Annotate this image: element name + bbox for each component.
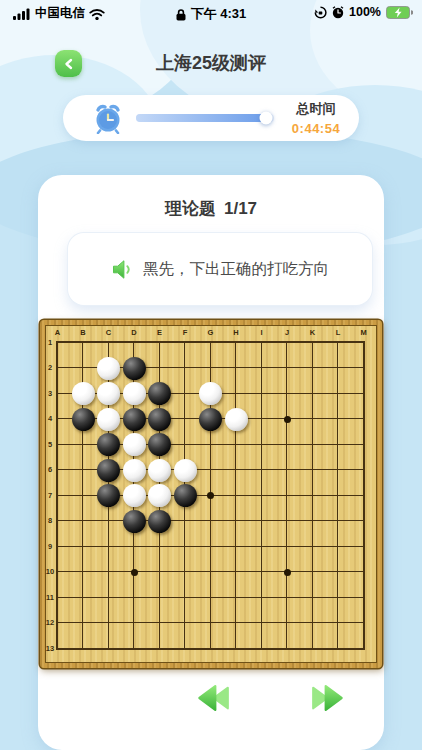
stone-white (123, 382, 146, 405)
question-box: 黑先，下出正确的打吃方向 (68, 233, 372, 305)
row-label: 1 (45, 338, 55, 348)
stone-black (97, 433, 120, 456)
star-point (207, 492, 214, 499)
previous-question-button[interactable] (196, 683, 230, 713)
row-label: 2 (45, 363, 55, 373)
stone-white (123, 484, 146, 507)
col-label: H (233, 327, 238, 338)
col-label: L (336, 327, 341, 338)
stone-black (148, 433, 171, 456)
time-progress-fill (136, 114, 266, 122)
stone-black (174, 484, 197, 507)
speaker-icon[interactable] (111, 258, 134, 281)
stone-white (72, 382, 95, 405)
clock-time: 下午 4:31 (191, 5, 247, 23)
stone-white (97, 357, 120, 380)
stone-white (97, 382, 120, 405)
row-label: 8 (45, 516, 55, 526)
quiz-card: 理论题1/17 黑先，下出正确的打吃方向 ABCDEFGHIJKLM123456… (38, 175, 384, 750)
stone-white (123, 459, 146, 482)
rotation-lock-icon (314, 6, 327, 19)
quiz-counter-label: 理论题 (165, 199, 216, 218)
stone-white (97, 408, 120, 431)
stone-black (123, 510, 146, 533)
col-label: G (208, 327, 214, 338)
lock-icon (176, 8, 186, 21)
row-label: 7 (45, 491, 55, 501)
stone-black (123, 408, 146, 431)
star-point (131, 569, 138, 576)
total-time-label: 总时间 (287, 100, 345, 118)
stone-white (174, 459, 197, 482)
question-text: 黑先，下出正确的打吃方向 (143, 259, 329, 280)
stone-white (148, 484, 171, 507)
row-label: 4 (45, 414, 55, 424)
quiz-counter-value: 1/17 (224, 199, 257, 218)
row-label: 9 (45, 542, 55, 552)
star-point (284, 416, 291, 423)
stone-black (97, 484, 120, 507)
row-label: 10 (45, 567, 55, 577)
page-title: 上海25级测评 (0, 48, 422, 78)
stone-white (199, 382, 222, 405)
col-label: E (157, 327, 162, 338)
stone-white (148, 459, 171, 482)
double-arrow-right-icon (311, 683, 345, 713)
col-label: I (260, 327, 262, 338)
row-label: 5 (45, 440, 55, 450)
status-bar: 中国电信 下午 4:31 100% (0, 0, 422, 26)
row-label: 12 (45, 618, 55, 628)
battery-charging-icon (386, 6, 413, 19)
alarm-status-icon (332, 6, 344, 19)
stone-black (123, 357, 146, 380)
quiz-counter: 理论题1/17 (38, 197, 384, 220)
next-question-button[interactable] (311, 683, 345, 713)
stone-black (72, 408, 95, 431)
header: 上海25级测评 (0, 48, 422, 78)
stone-black (148, 382, 171, 405)
stone-black (199, 408, 222, 431)
col-label: A (55, 327, 60, 338)
col-label: K (310, 327, 315, 338)
time-progress-bar[interactable] (136, 114, 274, 122)
battery-percent: 100% (349, 5, 381, 19)
time-progress-knob[interactable] (259, 112, 272, 125)
col-label: F (183, 327, 188, 338)
stone-white (123, 433, 146, 456)
stone-black (97, 459, 120, 482)
row-label: 6 (45, 465, 55, 475)
star-point (284, 569, 291, 576)
total-time-value: 0:44:54 (287, 121, 345, 136)
alarm-clock-icon (93, 103, 123, 134)
col-label: M (360, 327, 366, 338)
col-label: C (106, 327, 111, 338)
row-label: 13 (45, 644, 55, 654)
double-arrow-left-icon (196, 683, 230, 713)
stone-white (225, 408, 248, 431)
go-board[interactable]: ABCDEFGHIJKLM12345678910111213 (40, 320, 382, 668)
stone-black (148, 408, 171, 431)
stone-black (148, 510, 171, 533)
row-label: 11 (45, 593, 55, 603)
row-label: 3 (45, 389, 55, 399)
col-label: B (80, 327, 85, 338)
timer-panel: 总时间 0:44:54 (63, 95, 359, 141)
col-label: J (285, 327, 289, 338)
board-inner: ABCDEFGHIJKLM12345678910111213 (46, 326, 376, 662)
col-label: D (131, 327, 136, 338)
